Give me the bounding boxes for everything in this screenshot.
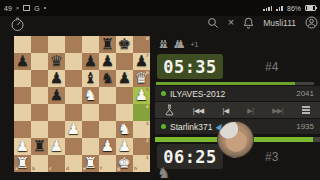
battery-icon	[305, 5, 316, 12]
square-e5[interactable]: ♞	[82, 87, 99, 104]
captured-bishop-icon: ♝	[160, 38, 170, 51]
tournament-rank-black: #4	[265, 60, 278, 74]
black-pawn-c6[interactable]: ♟	[50, 70, 63, 87]
player-rating-white: 1935	[296, 122, 314, 131]
square-b4[interactable]	[31, 104, 48, 121]
file-label: c	[49, 167, 52, 172]
square-g8[interactable]: ♚	[116, 36, 133, 53]
square-b5[interactable]	[31, 87, 48, 104]
status-dot-icon	[44, 7, 46, 9]
black-queen-c7[interactable]: ♛	[50, 53, 63, 70]
square-a2[interactable]: ♟	[14, 138, 31, 155]
white-pawn-d3[interactable]: ♟	[67, 121, 80, 138]
square-f8[interactable]: ♜	[99, 36, 116, 53]
square-c7[interactable]: ♛	[48, 53, 65, 70]
material-advantage: +1	[191, 41, 199, 48]
file-label: b	[32, 167, 35, 172]
player-row-black[interactable]: ILYAVES-2012 2041	[155, 86, 320, 101]
status-close-icon: ×	[16, 5, 20, 11]
battery-percent: 86%	[287, 5, 301, 12]
prev-move-icon[interactable]: |◀	[222, 102, 228, 118]
chess-board[interactable]: ♜♚8♟♛♟♟♟7♟♝♞♟♛6♟♞♟54♟♞3♟♜♟♟♟2♜abcd♜ef♚g1…	[14, 36, 150, 172]
rank-label: 5	[146, 88, 149, 93]
square-b7[interactable]	[31, 53, 48, 70]
square-d2[interactable]	[65, 138, 82, 155]
black-knight-f6[interactable]: ♞	[101, 70, 114, 87]
square-h4[interactable]: 4	[133, 104, 150, 121]
square-b3[interactable]	[31, 121, 48, 138]
square-d5[interactable]	[65, 87, 82, 104]
player-name-black[interactable]: ILYAVES-2012	[170, 89, 225, 99]
file-label: e	[83, 167, 86, 172]
square-d1[interactable]: d	[65, 155, 82, 172]
game-panel: ♝♝♟♟+1 05:35 #4 ILYAVES-2012 2041 |◀◀ |◀…	[155, 36, 320, 180]
square-b8[interactable]	[31, 36, 48, 53]
square-h6[interactable]: ♛6	[133, 70, 150, 87]
square-f7[interactable]: ♟	[99, 53, 116, 70]
square-e7[interactable]: ♟	[82, 53, 99, 70]
search-icon[interactable]	[207, 17, 219, 29]
square-a8[interactable]	[14, 36, 31, 53]
square-a7[interactable]: ♟	[14, 53, 31, 70]
square-g4[interactable]	[116, 104, 133, 121]
square-g1[interactable]: ♚g	[116, 155, 133, 172]
square-d8[interactable]	[65, 36, 82, 53]
logged-in-username[interactable]: Musli111	[263, 18, 296, 28]
status-time: 49	[4, 5, 12, 12]
square-g2[interactable]: ♟	[116, 138, 133, 155]
square-c2[interactable]: ♟	[48, 138, 65, 155]
online-dot-icon	[161, 124, 166, 129]
time-control-icon	[10, 17, 25, 32]
square-d4[interactable]	[65, 104, 82, 121]
time-bar-black	[156, 82, 314, 85]
square-c6[interactable]: ♟	[48, 70, 65, 87]
square-h2[interactable]: 2	[133, 138, 150, 155]
square-c8[interactable]	[48, 36, 65, 53]
square-h8[interactable]: 8	[133, 36, 150, 53]
square-c4[interactable]	[48, 104, 65, 121]
skip-first-icon[interactable]: |◀◀	[193, 102, 204, 118]
skip-last-icon[interactable]: ▶▶|	[272, 102, 283, 118]
black-king-g8[interactable]: ♚	[118, 36, 131, 53]
square-a5[interactable]	[14, 87, 31, 104]
square-h1[interactable]: 1h	[133, 155, 150, 172]
close-icon[interactable]: ×	[228, 17, 234, 28]
square-f5[interactable]	[99, 87, 116, 104]
file-label: g	[117, 167, 120, 172]
square-a1[interactable]: ♜a	[14, 155, 31, 172]
square-f6[interactable]: ♞	[99, 70, 116, 87]
black-pawn-f7[interactable]: ♟	[101, 53, 114, 70]
black-pawn-e7[interactable]: ♟	[84, 53, 97, 70]
rank-label: 4	[146, 105, 149, 110]
square-b6[interactable]	[31, 70, 48, 87]
square-h7[interactable]: ♟7	[133, 53, 150, 70]
signal-icon	[263, 6, 272, 11]
square-g3[interactable]: ♞	[116, 121, 133, 138]
clock-black: 05:35	[157, 54, 223, 79]
player-name-white[interactable]: Starlink371	[170, 122, 213, 132]
next-move-icon[interactable]: ▶|	[247, 102, 253, 118]
captured-pieces-black: ♝♝♟♟+1	[157, 37, 198, 51]
square-f4[interactable]	[99, 104, 116, 121]
square-d6[interactable]	[65, 70, 82, 87]
square-b2[interactable]: ♜	[31, 138, 48, 155]
screenshot-icon	[23, 5, 30, 11]
square-h5[interactable]: ♟5	[133, 87, 150, 104]
square-g5[interactable]	[116, 87, 133, 104]
white-knight-g3[interactable]: ♞	[118, 121, 131, 138]
file-label: f	[100, 167, 102, 172]
carrier-label: G	[34, 5, 39, 12]
square-e4[interactable]	[82, 104, 99, 121]
file-label: d	[66, 167, 69, 172]
rank-label: 8	[146, 37, 149, 42]
white-pawn-a2[interactable]: ♟	[16, 138, 29, 155]
rank-label: 2	[146, 139, 149, 144]
rank-label: 3	[146, 122, 149, 127]
square-g6[interactable]: ♟	[116, 70, 133, 87]
square-f3[interactable]	[99, 121, 116, 138]
app-screen: 49 × G 86%	[0, 0, 320, 180]
square-e6[interactable]: ♝	[82, 70, 99, 87]
signal2-icon	[276, 6, 283, 11]
square-b1[interactable]: b	[31, 155, 48, 172]
black-rook-f8[interactable]: ♜	[101, 36, 114, 53]
square-e3[interactable]	[82, 121, 99, 138]
online-dot-icon	[161, 91, 166, 96]
black-pawn-a7[interactable]: ♟	[16, 53, 29, 70]
white-pawn-f2[interactable]: ♟	[101, 138, 114, 155]
square-g7[interactable]	[116, 53, 133, 70]
rank-label: 7	[146, 54, 149, 59]
app-bar: × Musli111	[0, 16, 320, 36]
black-bishop-e6[interactable]: ♝	[84, 70, 97, 87]
tournament-rank-white: #3	[265, 150, 278, 164]
square-a4[interactable]	[14, 104, 31, 121]
square-e1[interactable]: ♜e	[82, 155, 99, 172]
menu-icon[interactable]	[302, 102, 310, 118]
square-c1[interactable]: c	[48, 155, 65, 172]
square-e2[interactable]	[82, 138, 99, 155]
rank-label: 6	[146, 71, 149, 76]
bell-icon[interactable]	[243, 17, 254, 29]
square-f1[interactable]: f	[99, 155, 116, 172]
square-e8[interactable]	[82, 36, 99, 53]
black-pawn-g6[interactable]: ♟	[118, 70, 131, 87]
profile-avatar-icon[interactable]	[305, 16, 318, 29]
facecam-avatar	[217, 121, 254, 158]
square-c3[interactable]	[48, 121, 65, 138]
square-f2[interactable]: ♟	[99, 138, 116, 155]
white-knight-e5[interactable]: ♞	[84, 87, 97, 104]
captured-pawn-icon: ♟	[176, 38, 186, 51]
square-c5[interactable]: ♟	[48, 87, 65, 104]
square-a3[interactable]	[14, 121, 31, 138]
square-d7[interactable]	[65, 53, 82, 70]
rank-label: 1	[146, 156, 149, 161]
analysis-flask-icon[interactable]	[165, 102, 174, 118]
player-rating-black: 2041	[296, 89, 314, 98]
knight-icon: ♞	[157, 166, 170, 180]
white-pawn-g2[interactable]: ♟	[118, 138, 131, 155]
square-d3[interactable]: ♟	[65, 121, 82, 138]
status-bar: 49 × G 86%	[0, 0, 320, 16]
file-label: h	[134, 167, 137, 172]
file-label: a	[15, 167, 18, 172]
black-pawn-c5[interactable]: ♟	[50, 87, 63, 104]
black-rook-b2[interactable]: ♜	[33, 138, 46, 155]
white-pawn-c2[interactable]: ♟	[50, 138, 63, 155]
game-controls-toolbar: |◀◀ |◀ ▶| ▶▶|	[155, 102, 320, 118]
square-h3[interactable]: 3	[133, 121, 150, 138]
square-a6[interactable]	[14, 70, 31, 87]
